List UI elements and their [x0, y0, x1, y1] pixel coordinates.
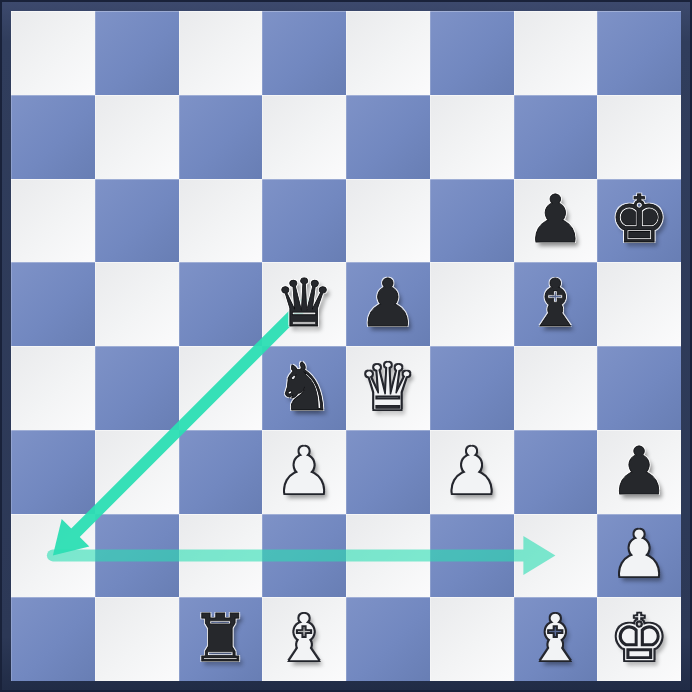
square-a2[interactable] [11, 514, 95, 598]
square-b2[interactable] [95, 514, 179, 598]
square-f7[interactable] [430, 95, 514, 179]
square-c4[interactable] [179, 346, 263, 430]
piece-black-rook-c1[interactable]: ♜ [179, 597, 263, 681]
piece-white-bishop-g1[interactable]: ♝ [514, 597, 598, 681]
piece-black-pawn-h3[interactable]: ♟ [597, 430, 681, 514]
square-d7[interactable] [262, 95, 346, 179]
square-f4[interactable] [430, 346, 514, 430]
square-f2[interactable] [430, 514, 514, 598]
square-b7[interactable] [95, 95, 179, 179]
piece-black-queen-d5[interactable]: ♛ [262, 262, 346, 346]
square-e2[interactable] [346, 514, 430, 598]
square-e1[interactable] [346, 597, 430, 681]
square-h5[interactable] [597, 262, 681, 346]
square-b1[interactable] [95, 597, 179, 681]
square-g8[interactable] [514, 11, 598, 95]
square-e8[interactable] [346, 11, 430, 95]
square-c2[interactable] [179, 514, 263, 598]
piece-black-knight-d4[interactable]: ♞ [262, 346, 346, 430]
piece-black-pawn-e5[interactable]: ♟ [346, 262, 430, 346]
square-g4[interactable] [514, 346, 598, 430]
square-b8[interactable] [95, 11, 179, 95]
square-e7[interactable] [346, 95, 430, 179]
square-a7[interactable] [11, 95, 95, 179]
square-e3[interactable] [346, 430, 430, 514]
square-c7[interactable] [179, 95, 263, 179]
square-a4[interactable] [11, 346, 95, 430]
piece-black-pawn-g6[interactable]: ♟ [514, 179, 598, 263]
square-f8[interactable] [430, 11, 514, 95]
piece-black-bishop-g5[interactable]: ♝ [514, 262, 598, 346]
square-g2[interactable] [514, 514, 598, 598]
square-h4[interactable] [597, 346, 681, 430]
piece-white-king-h1[interactable]: ♚ [597, 597, 681, 681]
square-e6[interactable] [346, 179, 430, 263]
square-f1[interactable] [430, 597, 514, 681]
piece-black-king-h6[interactable]: ♚ [597, 179, 681, 263]
square-a8[interactable] [11, 11, 95, 95]
square-a5[interactable] [11, 262, 95, 346]
square-c8[interactable] [179, 11, 263, 95]
square-b4[interactable] [95, 346, 179, 430]
square-g3[interactable] [514, 430, 598, 514]
square-b5[interactable] [95, 262, 179, 346]
square-a1[interactable] [11, 597, 95, 681]
square-a3[interactable] [11, 430, 95, 514]
square-c5[interactable] [179, 262, 263, 346]
square-g7[interactable] [514, 95, 598, 179]
square-a6[interactable] [11, 179, 95, 263]
piece-white-queen-e4[interactable]: ♛ [346, 346, 430, 430]
piece-white-pawn-d3[interactable]: ♟ [262, 430, 346, 514]
square-d8[interactable] [262, 11, 346, 95]
square-h7[interactable] [597, 95, 681, 179]
square-f6[interactable] [430, 179, 514, 263]
square-b6[interactable] [95, 179, 179, 263]
chess-board: ♟♚♛♟♝♞♛♟♟♟♟♜♝♝♚ [0, 0, 692, 692]
piece-white-pawn-f3[interactable]: ♟ [430, 430, 514, 514]
square-f5[interactable] [430, 262, 514, 346]
square-h8[interactable] [597, 11, 681, 95]
piece-white-pawn-h2[interactable]: ♟ [597, 514, 681, 598]
square-c6[interactable] [179, 179, 263, 263]
square-b3[interactable] [95, 430, 179, 514]
square-c3[interactable] [179, 430, 263, 514]
square-d6[interactable] [262, 179, 346, 263]
square-d2[interactable] [262, 514, 346, 598]
piece-white-bishop-d1[interactable]: ♝ [262, 597, 346, 681]
